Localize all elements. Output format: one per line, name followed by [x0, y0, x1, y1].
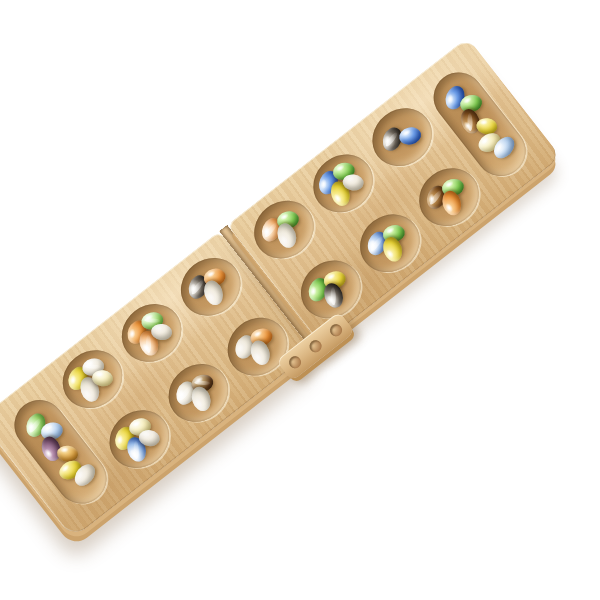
near-pit-1[interactable] — [97, 398, 180, 480]
hinge-dowel — [287, 354, 304, 371]
hinge-dowel — [328, 322, 345, 339]
far-pit-1[interactable] — [50, 338, 133, 420]
near-pit-6[interactable] — [407, 156, 490, 238]
far-pit-5[interactable] — [301, 142, 384, 224]
far-pit-4[interactable] — [242, 189, 325, 271]
hinge-dowel — [307, 338, 324, 355]
near-pit-3[interactable] — [215, 306, 298, 388]
far-pit-6[interactable] — [360, 96, 443, 178]
blue-glass-stone — [397, 125, 422, 147]
mancala-board — [0, 37, 561, 538]
far-pit-2[interactable] — [110, 292, 193, 374]
near-pit-5[interactable] — [348, 202, 431, 284]
near-pit-2[interactable] — [156, 352, 239, 434]
far-pit-3[interactable] — [169, 246, 252, 328]
product-photo-scene — [0, 0, 600, 600]
